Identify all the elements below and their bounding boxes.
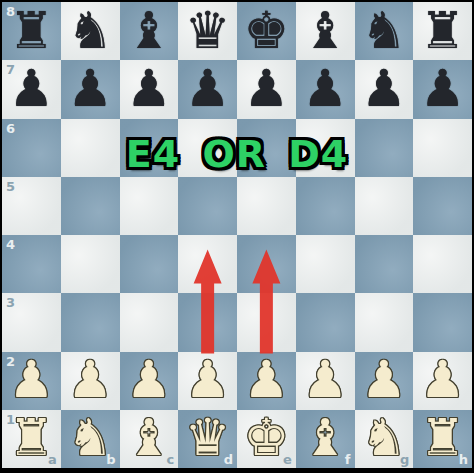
square-b4[interactable] — [61, 235, 120, 293]
square-h7[interactable]: ♟ — [413, 60, 472, 118]
square-f3[interactable] — [296, 293, 355, 351]
square-b5[interactable] — [61, 177, 120, 235]
rank-label-4: 4 — [6, 238, 15, 251]
piece-black-pawn[interactable]: ♟ — [361, 63, 407, 114]
square-d2[interactable]: ♟ — [178, 352, 237, 410]
square-h2[interactable]: ♟ — [413, 352, 472, 410]
piece-white-pawn[interactable]: ♟ — [9, 354, 55, 405]
square-d1[interactable]: ♛d — [178, 410, 237, 468]
piece-black-pawn[interactable]: ♟ — [9, 63, 55, 114]
square-a1[interactable]: ♜1a — [2, 410, 61, 468]
square-c3[interactable] — [120, 293, 179, 351]
square-h8[interactable]: ♜ — [413, 2, 472, 60]
square-e5[interactable] — [237, 177, 296, 235]
square-d8[interactable]: ♛ — [178, 2, 237, 60]
piece-white-bishop[interactable]: ♝ — [126, 412, 172, 463]
piece-white-queen[interactable]: ♛ — [185, 412, 231, 463]
piece-white-knight[interactable]: ♞ — [361, 412, 407, 463]
piece-black-pawn[interactable]: ♟ — [185, 63, 231, 114]
square-g3[interactable] — [355, 293, 414, 351]
square-h1[interactable]: ♜h — [413, 410, 472, 468]
piece-white-king[interactable]: ♚ — [244, 412, 290, 463]
square-c4[interactable] — [120, 235, 179, 293]
square-d4[interactable] — [178, 235, 237, 293]
piece-white-pawn[interactable]: ♟ — [244, 354, 290, 405]
square-g4[interactable] — [355, 235, 414, 293]
square-f4[interactable] — [296, 235, 355, 293]
piece-black-queen[interactable]: ♛ — [185, 5, 231, 56]
piece-white-pawn[interactable]: ♟ — [126, 354, 172, 405]
square-c6[interactable] — [120, 119, 179, 177]
piece-white-pawn[interactable]: ♟ — [185, 354, 231, 405]
square-b6[interactable] — [61, 119, 120, 177]
piece-white-pawn[interactable]: ♟ — [302, 354, 348, 405]
square-g6[interactable] — [355, 119, 414, 177]
piece-black-rook[interactable]: ♜ — [420, 5, 466, 56]
piece-white-bishop[interactable]: ♝ — [302, 412, 348, 463]
square-d7[interactable]: ♟ — [178, 60, 237, 118]
square-f6[interactable] — [296, 119, 355, 177]
piece-white-knight[interactable]: ♞ — [67, 412, 113, 463]
square-a6[interactable]: 6 — [2, 119, 61, 177]
piece-black-pawn[interactable]: ♟ — [420, 63, 466, 114]
piece-black-king[interactable]: ♚ — [244, 5, 290, 56]
piece-white-rook[interactable]: ♜ — [9, 412, 55, 463]
square-b2[interactable]: ♟ — [61, 352, 120, 410]
square-e1[interactable]: ♚e — [237, 410, 296, 468]
square-g1[interactable]: ♞g — [355, 410, 414, 468]
square-c7[interactable]: ♟ — [120, 60, 179, 118]
square-f7[interactable]: ♟ — [296, 60, 355, 118]
piece-black-pawn[interactable]: ♟ — [67, 63, 113, 114]
square-a8[interactable]: ♜8 — [2, 2, 61, 60]
square-b3[interactable] — [61, 293, 120, 351]
square-d5[interactable] — [178, 177, 237, 235]
square-a7[interactable]: ♟7 — [2, 60, 61, 118]
square-a3[interactable]: 3 — [2, 293, 61, 351]
square-c8[interactable]: ♝ — [120, 2, 179, 60]
square-e7[interactable]: ♟ — [237, 60, 296, 118]
square-e8[interactable]: ♚ — [237, 2, 296, 60]
square-a2[interactable]: ♟2 — [2, 352, 61, 410]
square-c1[interactable]: ♝c — [120, 410, 179, 468]
piece-black-bishop[interactable]: ♝ — [126, 5, 172, 56]
square-a5[interactable]: 5 — [2, 177, 61, 235]
rank-label-3: 3 — [6, 296, 15, 309]
piece-white-pawn[interactable]: ♟ — [67, 354, 113, 405]
square-g8[interactable]: ♞ — [355, 2, 414, 60]
square-d6[interactable] — [178, 119, 237, 177]
square-b7[interactable]: ♟ — [61, 60, 120, 118]
square-h6[interactable] — [413, 119, 472, 177]
square-f1[interactable]: ♝f — [296, 410, 355, 468]
piece-black-pawn[interactable]: ♟ — [302, 63, 348, 114]
piece-black-bishop[interactable]: ♝ — [302, 5, 348, 56]
square-b1[interactable]: ♞b — [61, 410, 120, 468]
square-e6[interactable] — [237, 119, 296, 177]
piece-black-knight[interactable]: ♞ — [67, 5, 113, 56]
square-e2[interactable]: ♟ — [237, 352, 296, 410]
square-h4[interactable] — [413, 235, 472, 293]
square-h5[interactable] — [413, 177, 472, 235]
square-g5[interactable] — [355, 177, 414, 235]
square-f2[interactable]: ♟ — [296, 352, 355, 410]
square-h3[interactable] — [413, 293, 472, 351]
rank-label-5: 5 — [6, 180, 15, 193]
rank-label-6: 6 — [6, 122, 15, 135]
piece-black-rook[interactable]: ♜ — [9, 5, 55, 56]
board-grid: ♜8♞♝♛♚♝♞♜♟7♟♟♟♟♟♟♟6543♟2♟♟♟♟♟♟♟♜1a♞b♝c♛d… — [2, 2, 472, 468]
piece-white-rook[interactable]: ♜ — [420, 412, 466, 463]
square-a4[interactable]: 4 — [2, 235, 61, 293]
square-d3[interactable] — [178, 293, 237, 351]
chess-board: ♜8♞♝♛♚♝♞♜♟7♟♟♟♟♟♟♟6543♟2♟♟♟♟♟♟♟♜1a♞b♝c♛d… — [2, 2, 472, 468]
square-c2[interactable]: ♟ — [120, 352, 179, 410]
square-g7[interactable]: ♟ — [355, 60, 414, 118]
piece-black-knight[interactable]: ♞ — [361, 5, 407, 56]
chess-board-frame: ♜8♞♝♛♚♝♞♜♟7♟♟♟♟♟♟♟6543♟2♟♟♟♟♟♟♟♜1a♞b♝c♛d… — [0, 0, 474, 473]
square-f5[interactable] — [296, 177, 355, 235]
square-f8[interactable]: ♝ — [296, 2, 355, 60]
square-e4[interactable] — [237, 235, 296, 293]
piece-black-pawn[interactable]: ♟ — [244, 63, 290, 114]
square-g2[interactable]: ♟ — [355, 352, 414, 410]
piece-black-pawn[interactable]: ♟ — [126, 63, 172, 114]
piece-white-pawn[interactable]: ♟ — [420, 354, 466, 405]
square-e3[interactable] — [237, 293, 296, 351]
piece-white-pawn[interactable]: ♟ — [361, 354, 407, 405]
square-c5[interactable] — [120, 177, 179, 235]
square-b8[interactable]: ♞ — [61, 2, 120, 60]
